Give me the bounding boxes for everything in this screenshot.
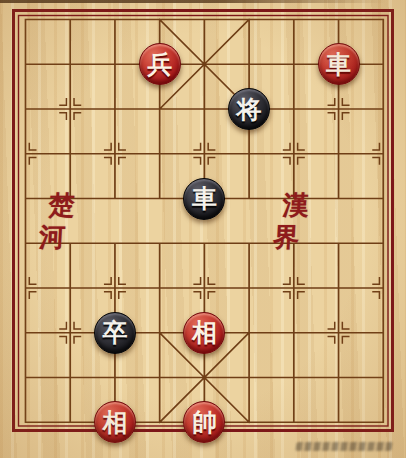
piece-black-chariot[interactable]: 車 <box>183 178 225 220</box>
piece-black-general[interactable]: 将 <box>228 88 270 130</box>
xiangqi-board-screen: 楚河 漢界 兵車将車卒相相帥 <box>0 0 406 458</box>
piece-red-elephant[interactable]: 相 <box>183 312 225 354</box>
piece-red-soldier[interactable]: 兵 <box>139 43 181 85</box>
watermark <box>295 442 392 451</box>
river-label-chu-he: 楚河 <box>39 205 111 237</box>
piece-red-elephant[interactable]: 相 <box>94 401 136 443</box>
river-label-han-jie: 漢界 <box>273 205 345 237</box>
piece-black-soldier[interactable]: 卒 <box>94 312 136 354</box>
piece-red-chariot[interactable]: 車 <box>318 43 360 85</box>
